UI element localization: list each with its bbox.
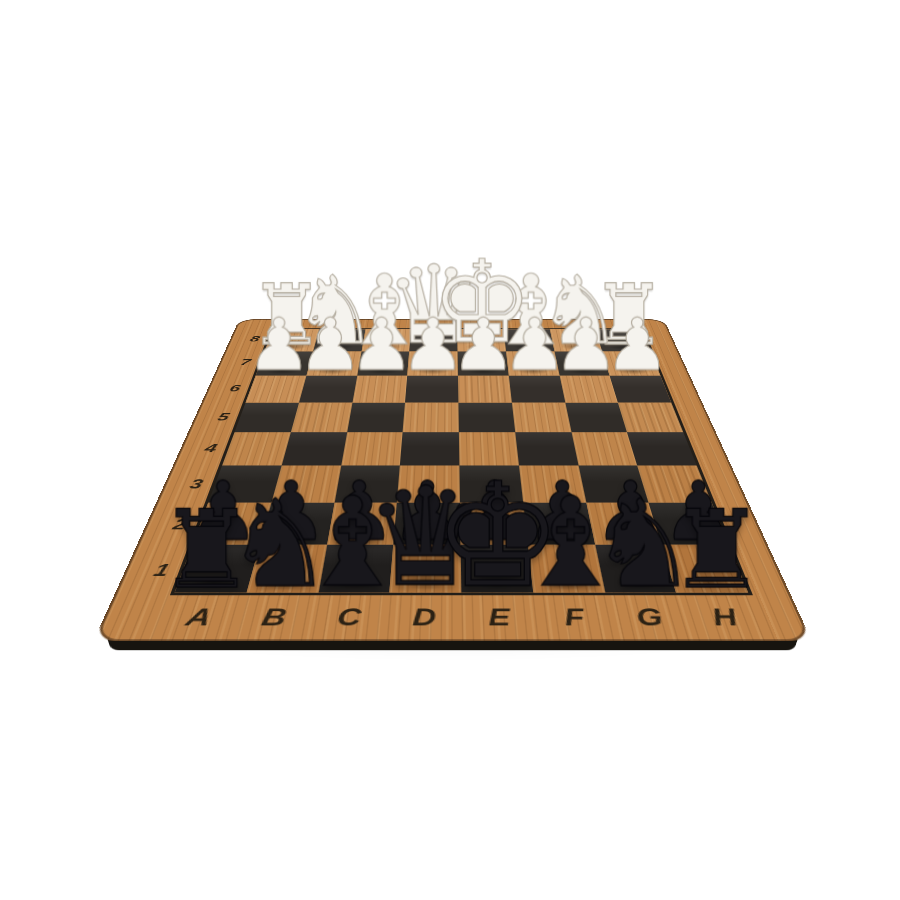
square-g1[interactable]: ♞ (595, 545, 677, 593)
square-f5[interactable] (512, 403, 571, 433)
square-g5[interactable] (565, 403, 627, 433)
square-e7[interactable]: ♟ (458, 351, 509, 375)
square-b4[interactable] (281, 432, 346, 465)
square-h4[interactable] (627, 432, 696, 465)
white-pawn-h7[interactable]: ♟ (605, 309, 670, 381)
black-knight-g1[interactable]: ♞ (590, 484, 698, 605)
square-e1[interactable]: ♚ (461, 545, 533, 593)
board-grid: ♜♞♝♛♚♝♞♜♟♟♟♟♟♟♟♟♟♟♟♟♟♟♟♟♜♞♝♛♚♝♞♜ (170, 328, 753, 595)
square-c5[interactable] (347, 403, 406, 433)
square-b5[interactable] (291, 403, 352, 433)
square-h7[interactable]: ♟ (602, 351, 660, 375)
square-h5[interactable] (618, 403, 683, 433)
chess-board: 87654321 ABCDEFGH ♜♞♝♛♚♝♞♜♟♟♟♟♟♟♟♟♟♟♟♟♟♟… (93, 319, 812, 641)
board-front-edge (108, 639, 798, 650)
square-e5[interactable] (458, 403, 515, 433)
square-d5[interactable] (403, 403, 459, 433)
square-a4[interactable] (222, 432, 290, 465)
square-g7[interactable]: ♟ (554, 351, 610, 375)
black-king-e1[interactable]: ♚ (433, 463, 562, 607)
square-g4[interactable] (571, 432, 637, 465)
product-photo-scene: 87654321 ABCDEFGH ♜♞♝♛♚♝♞♜♟♟♟♟♟♟♟♟♟♟♟♟♟♟… (0, 0, 900, 900)
square-f7[interactable]: ♟ (506, 351, 559, 375)
square-a5[interactable] (234, 403, 298, 433)
